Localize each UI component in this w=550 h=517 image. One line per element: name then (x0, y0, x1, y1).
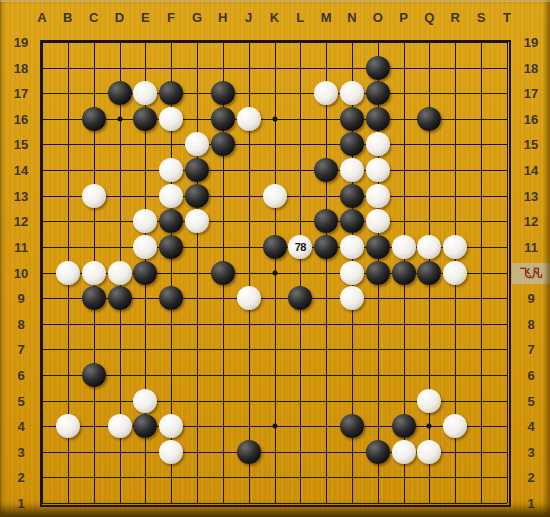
stone-black[interactable] (288, 286, 312, 310)
stone-black[interactable] (314, 235, 338, 259)
stone-black[interactable] (133, 414, 157, 438)
move-number-label: 78 (288, 235, 312, 259)
coord-label-left: 17 (14, 86, 28, 101)
coord-label-right: 16 (524, 111, 538, 126)
coord-label-right: 11 (524, 239, 538, 254)
coord-label-right: 18 (524, 60, 538, 75)
coord-label-right: 5 (527, 393, 534, 408)
stone-white[interactable] (133, 235, 157, 259)
stone-white[interactable] (366, 158, 390, 182)
coord-label-top: F (167, 10, 175, 25)
coord-label-left: 12 (14, 214, 28, 229)
star-point (272, 116, 277, 121)
stone-black[interactable] (82, 107, 106, 131)
coord-label-left: 4 (17, 419, 24, 434)
coord-label-right: 17 (524, 86, 538, 101)
coord-label-right: 8 (527, 316, 534, 331)
coord-label-left: 13 (14, 188, 28, 203)
coord-label-left: 2 (17, 470, 24, 485)
stone-black[interactable] (211, 107, 235, 131)
stone-black[interactable] (366, 440, 390, 464)
coord-label-left: 6 (17, 367, 24, 382)
stone-black[interactable] (237, 440, 261, 464)
stone-black[interactable] (366, 107, 390, 131)
coord-label-top: H (218, 10, 227, 25)
stone-white[interactable] (108, 261, 132, 285)
stone-black[interactable] (314, 209, 338, 233)
stone-black[interactable] (211, 132, 235, 156)
coord-label-left: 11 (14, 239, 28, 254)
stone-white[interactable] (366, 184, 390, 208)
stone-black[interactable] (366, 235, 390, 259)
stone-white[interactable] (56, 414, 80, 438)
go-board[interactable]: ABCDEFGHJKLMNOPQRST191918181717161615151… (0, 0, 550, 517)
coord-label-top: O (373, 10, 383, 25)
stone-black[interactable] (392, 261, 416, 285)
stone-black[interactable] (185, 158, 209, 182)
coord-label-right: 13 (524, 188, 538, 203)
stone-black[interactable] (366, 261, 390, 285)
stone-white[interactable] (443, 235, 467, 259)
go-game-screen: ABCDEFGHJKLMNOPQRST191918181717161615151… (0, 0, 550, 517)
coord-label-top: P (399, 10, 408, 25)
stone-white[interactable] (237, 107, 261, 131)
stone-black[interactable] (340, 107, 364, 131)
stone-black[interactable] (133, 107, 157, 131)
stone-black[interactable] (417, 107, 441, 131)
coord-label-left: 16 (14, 111, 28, 126)
coord-label-right: 1 (527, 496, 534, 511)
coord-label-left: 7 (17, 342, 24, 357)
coord-label-left: 5 (17, 393, 24, 408)
coord-label-left: 9 (17, 291, 24, 306)
stone-black[interactable] (340, 414, 364, 438)
stone-white[interactable] (159, 440, 183, 464)
stone-white[interactable] (340, 286, 364, 310)
stone-white[interactable] (185, 209, 209, 233)
stone-black[interactable] (211, 81, 235, 105)
stone-black[interactable] (108, 81, 132, 105)
coord-label-top: M (321, 10, 332, 25)
stone-black[interactable] (82, 363, 106, 387)
coord-label-left: 15 (14, 137, 28, 152)
coord-label-top: E (141, 10, 150, 25)
stone-black[interactable] (263, 235, 287, 259)
coord-label-right: 12 (524, 214, 538, 229)
stone-white[interactable] (133, 389, 157, 413)
stone-white[interactable] (314, 81, 338, 105)
stone-black[interactable] (133, 261, 157, 285)
coord-label-left: 18 (14, 60, 28, 75)
stone-black[interactable] (185, 184, 209, 208)
coord-label-top: G (192, 10, 202, 25)
stone-black[interactable] (159, 209, 183, 233)
stone-black[interactable] (159, 235, 183, 259)
stone-white[interactable] (263, 184, 287, 208)
coord-label-right: 3 (527, 444, 534, 459)
stone-white[interactable] (417, 389, 441, 413)
stone-white[interactable] (82, 184, 106, 208)
coord-label-right: 19 (524, 35, 538, 50)
stone-black[interactable] (108, 286, 132, 310)
coord-label-left: 8 (17, 316, 24, 331)
coord-label-right: 6 (527, 367, 534, 382)
stone-white[interactable] (185, 132, 209, 156)
stone-black[interactable] (340, 184, 364, 208)
coord-label-right: 4 (527, 419, 534, 434)
coord-label-right: 14 (524, 163, 538, 178)
stone-black[interactable] (159, 286, 183, 310)
coord-label-top: N (347, 10, 356, 25)
stone-white[interactable]: 78 (288, 235, 312, 259)
stone-white[interactable] (366, 132, 390, 156)
coord-label-top: Q (424, 10, 434, 25)
stone-white[interactable] (392, 440, 416, 464)
stone-white[interactable] (56, 261, 80, 285)
coord-label-top: S (477, 10, 486, 25)
stone-white[interactable] (82, 261, 106, 285)
star-point (272, 424, 277, 429)
stone-black[interactable] (314, 158, 338, 182)
stone-white[interactable] (417, 440, 441, 464)
coord-label-right: 7 (527, 342, 534, 357)
coord-label-right: 15 (524, 137, 538, 152)
stone-white[interactable] (133, 81, 157, 105)
stone-white[interactable] (340, 235, 364, 259)
coord-label-right: 2 (527, 470, 534, 485)
stone-white[interactable] (159, 107, 183, 131)
stone-black[interactable] (82, 286, 106, 310)
coord-label-left: 3 (17, 444, 24, 459)
stone-black[interactable] (159, 81, 183, 105)
stone-white[interactable] (340, 261, 364, 285)
coord-label-left: 14 (14, 163, 28, 178)
stone-white[interactable] (366, 209, 390, 233)
coord-label-left: 19 (14, 35, 28, 50)
coord-label-left: 10 (14, 265, 28, 280)
stone-black[interactable] (417, 261, 441, 285)
stone-white[interactable] (159, 414, 183, 438)
stone-black[interactable] (366, 81, 390, 105)
coord-label-top: B (63, 10, 72, 25)
coord-label-top: A (37, 10, 46, 25)
coord-label-top: R (451, 10, 460, 25)
stone-white[interactable] (340, 81, 364, 105)
stone-black[interactable] (392, 414, 416, 438)
star-point (272, 270, 277, 275)
coord-label-right: 9 (527, 291, 534, 306)
stone-black[interactable] (211, 261, 235, 285)
watermark-badge: 飞凡 (512, 263, 550, 284)
coord-label-top: D (115, 10, 124, 25)
star-point (117, 116, 122, 121)
stone-black[interactable] (366, 56, 390, 80)
stone-white[interactable] (159, 184, 183, 208)
stone-white[interactable] (133, 209, 157, 233)
stone-white[interactable] (340, 158, 364, 182)
coord-label-top: T (503, 10, 511, 25)
coord-label-left: 1 (17, 496, 24, 511)
stone-black[interactable] (340, 209, 364, 233)
stone-white[interactable] (417, 235, 441, 259)
coord-label-top: L (296, 10, 304, 25)
star-point (427, 424, 432, 429)
coord-label-top: K (270, 10, 279, 25)
coord-label-top: C (89, 10, 98, 25)
coord-label-top: J (245, 10, 252, 25)
stone-white[interactable] (443, 261, 467, 285)
stone-white[interactable] (237, 286, 261, 310)
stone-white[interactable] (108, 414, 132, 438)
stone-white[interactable] (159, 158, 183, 182)
stone-black[interactable] (340, 132, 364, 156)
stone-white[interactable] (443, 414, 467, 438)
stone-white[interactable] (392, 235, 416, 259)
